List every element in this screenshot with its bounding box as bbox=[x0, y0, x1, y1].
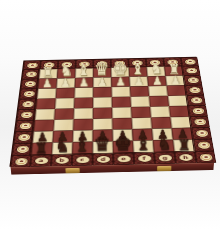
square-a6[interactable] bbox=[37, 88, 56, 99]
brass-hinge-left bbox=[65, 168, 79, 173]
border-rosette-medallion bbox=[19, 89, 38, 100]
square-e7[interactable]: ♟ bbox=[111, 77, 130, 87]
square-a4[interactable] bbox=[35, 109, 55, 120]
file-letter-medallion: c bbox=[76, 156, 89, 163]
rosette-icon bbox=[18, 134, 30, 141]
rosette-icon bbox=[15, 158, 28, 166]
square-d5[interactable] bbox=[93, 97, 112, 108]
square-f4[interactable] bbox=[131, 107, 151, 118]
square-a5[interactable] bbox=[36, 98, 56, 109]
rosette-icon bbox=[199, 153, 212, 161]
white-pawn[interactable]: ♟ bbox=[115, 75, 126, 87]
border-rosette-medallion bbox=[12, 143, 33, 156]
square-c6[interactable] bbox=[74, 87, 93, 98]
square-h1[interactable]: ♜ bbox=[173, 139, 195, 152]
file-letter-medallion: a bbox=[34, 157, 48, 164]
border-rosette-medallion bbox=[188, 105, 208, 116]
rosette-icon bbox=[23, 91, 34, 97]
border-rosette-medallion bbox=[185, 85, 204, 95]
rosette-icon bbox=[25, 71, 36, 77]
square-g1[interactable]: ♞ bbox=[153, 140, 174, 153]
black-bishop[interactable]: ♝ bbox=[74, 137, 90, 155]
black-rook[interactable]: ♜ bbox=[35, 140, 49, 155]
product-photo-scene: ♜♞♝♛♚♝♞♜♟♟♟♟♟♟♟♟♟♟♟♟♟♟♟♟♜♞♝♛♚♝♞♜abcdefgh bbox=[0, 0, 220, 230]
white-pawn[interactable]: ♟ bbox=[152, 75, 163, 87]
border-rosette-medallion bbox=[182, 66, 201, 76]
border-rosette-medallion bbox=[15, 120, 35, 132]
border-rosette-medallion bbox=[21, 79, 39, 89]
square-c1[interactable]: ♝ bbox=[72, 142, 93, 155]
rosette-icon bbox=[187, 77, 198, 83]
border-rosette-medallion bbox=[186, 95, 206, 106]
black-king[interactable]: ♚ bbox=[114, 133, 133, 154]
black-rook[interactable]: ♜ bbox=[178, 137, 192, 152]
brass-hinge-right bbox=[157, 166, 171, 171]
chess-board-3d: ♜♞♝♛♚♝♞♜♟♟♟♟♟♟♟♟♟♟♟♟♟♟♟♟♜♞♝♛♚♝♞♜abcdefgh bbox=[9, 57, 215, 167]
square-b6[interactable] bbox=[56, 88, 75, 99]
square-d6[interactable] bbox=[93, 87, 112, 98]
white-pawn[interactable]: ♟ bbox=[170, 74, 181, 86]
border-corner-medallion bbox=[181, 57, 199, 66]
file-letter-medallion: d bbox=[96, 156, 109, 163]
rosette-icon bbox=[194, 119, 206, 126]
white-pawn[interactable]: ♟ bbox=[134, 75, 145, 87]
square-d7[interactable]: ♟ bbox=[93, 77, 111, 87]
rosette-icon bbox=[184, 59, 195, 65]
square-h5[interactable] bbox=[168, 95, 188, 106]
rosette-icon bbox=[189, 87, 201, 93]
border-rosette-medallion bbox=[14, 131, 34, 143]
square-b5[interactable] bbox=[55, 98, 74, 109]
border-rosette-medallion bbox=[193, 139, 214, 151]
file-letter-medallion: b bbox=[55, 157, 68, 164]
file-letter-medallion: g bbox=[158, 155, 172, 162]
file-letter-medallion: f bbox=[137, 155, 150, 162]
rosette-icon bbox=[192, 108, 204, 115]
black-queen[interactable]: ♛ bbox=[94, 135, 112, 155]
rosette-icon bbox=[20, 112, 32, 119]
square-e5[interactable] bbox=[112, 97, 131, 108]
square-h7[interactable]: ♟ bbox=[165, 76, 185, 86]
border-rosette-medallion bbox=[22, 69, 40, 79]
square-h6[interactable] bbox=[167, 85, 187, 95]
border-rosette-medallion bbox=[190, 116, 210, 128]
black-knight[interactable]: ♞ bbox=[157, 136, 172, 152]
rosette-icon bbox=[186, 68, 197, 74]
white-pawn[interactable]: ♟ bbox=[97, 76, 108, 88]
square-d4[interactable] bbox=[93, 108, 112, 119]
square-f7[interactable]: ♟ bbox=[129, 76, 148, 86]
file-letter-medallion: e bbox=[117, 156, 130, 163]
border-rosette-medallion bbox=[184, 75, 203, 85]
white-pawn[interactable]: ♟ bbox=[42, 77, 53, 89]
black-bishop[interactable]: ♝ bbox=[136, 136, 152, 154]
rosette-icon bbox=[190, 97, 202, 103]
white-pawn[interactable]: ♟ bbox=[60, 77, 71, 89]
border-rosette-medallion bbox=[18, 99, 37, 110]
square-e4[interactable] bbox=[112, 107, 132, 118]
square-f1[interactable]: ♝ bbox=[133, 140, 154, 153]
square-d1[interactable]: ♛ bbox=[93, 141, 113, 154]
square-e1[interactable]: ♚ bbox=[113, 141, 134, 154]
border-rosette-medallion bbox=[191, 127, 212, 139]
square-g4[interactable] bbox=[150, 106, 170, 117]
square-h4[interactable] bbox=[169, 106, 190, 117]
rosette-icon bbox=[19, 123, 31, 130]
rosette-icon bbox=[22, 101, 34, 107]
square-c4[interactable] bbox=[74, 108, 93, 119]
square-c5[interactable] bbox=[74, 98, 93, 109]
square-b7[interactable]: ♟ bbox=[56, 78, 75, 88]
square-b4[interactable] bbox=[54, 108, 74, 119]
square-g5[interactable] bbox=[149, 96, 169, 107]
rosette-icon bbox=[24, 81, 35, 87]
rosette-icon bbox=[195, 130, 208, 137]
square-a7[interactable]: ♟ bbox=[38, 78, 57, 88]
file-letter-medallion: h bbox=[179, 154, 193, 161]
rosette-icon bbox=[16, 146, 29, 153]
square-b1[interactable]: ♞ bbox=[52, 142, 73, 155]
rosette-icon bbox=[197, 142, 210, 149]
board-frame: ♜♞♝♛♚♝♞♜♟♟♟♟♟♟♟♟♟♟♟♟♟♟♟♟♜♞♝♛♚♝♞♜abcdefgh bbox=[9, 57, 215, 167]
square-g7[interactable]: ♟ bbox=[147, 76, 166, 86]
square-g6[interactable] bbox=[148, 86, 168, 97]
square-f5[interactable] bbox=[130, 96, 150, 107]
border-rosette-medallion bbox=[17, 109, 36, 120]
square-f6[interactable] bbox=[130, 86, 149, 97]
white-pawn[interactable]: ♟ bbox=[79, 76, 90, 88]
square-a1[interactable]: ♜ bbox=[31, 143, 52, 156]
black-knight[interactable]: ♞ bbox=[54, 139, 69, 155]
rosette-icon bbox=[27, 62, 38, 68]
square-c7[interactable]: ♟ bbox=[75, 78, 93, 88]
square-e6[interactable] bbox=[112, 87, 131, 98]
